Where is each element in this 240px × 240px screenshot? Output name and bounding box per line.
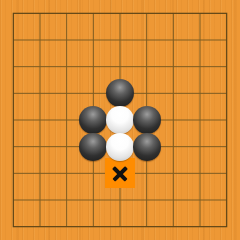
next-move-marker[interactable]: [105, 158, 135, 188]
board-grid: [0, 0, 240, 240]
go-board[interactable]: [0, 0, 240, 240]
